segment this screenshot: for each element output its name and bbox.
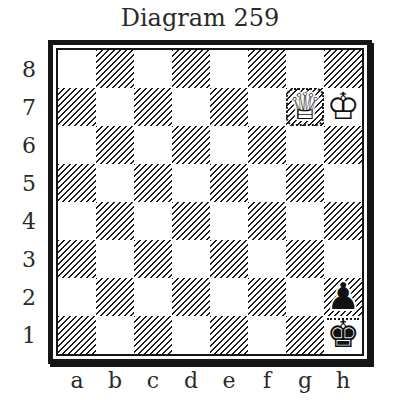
- square-e7: [210, 88, 248, 126]
- dotted-underline-h2: [327, 318, 359, 320]
- file-label-h: h: [324, 368, 362, 393]
- square-g5: [286, 164, 324, 202]
- square-e3: [210, 240, 248, 278]
- square-e1: [210, 316, 248, 354]
- square-e8: [210, 50, 248, 88]
- rank-label-7: 7: [16, 88, 42, 126]
- square-b3: [96, 240, 134, 278]
- piece-black-pawn-h2: ♟: [324, 278, 362, 316]
- square-b7: [96, 88, 134, 126]
- square-c6: [134, 126, 172, 164]
- rank-label-3: 3: [16, 240, 42, 278]
- square-e5: [210, 164, 248, 202]
- square-h7: ♔: [324, 88, 362, 126]
- file-label-f: f: [248, 368, 286, 393]
- rank-label-6: 6: [16, 126, 42, 164]
- rank-label-1: 1: [16, 316, 42, 354]
- square-f7: [248, 88, 286, 126]
- square-d3: [172, 240, 210, 278]
- file-labels: abcdefgh: [58, 368, 362, 393]
- square-g2: [286, 278, 324, 316]
- square-a7: [58, 88, 96, 126]
- square-h5: [324, 164, 362, 202]
- square-a6: [58, 126, 96, 164]
- square-c1: [134, 316, 172, 354]
- square-h4: [324, 202, 362, 240]
- file-label-e: e: [210, 368, 248, 393]
- square-h8: [324, 50, 362, 88]
- square-c7: [134, 88, 172, 126]
- square-a4: [58, 202, 96, 240]
- file-label-g: g: [286, 368, 324, 393]
- chess-diagram-page: Diagram 259 87654321 ♕♔♟♚ abcdefgh: [0, 0, 400, 400]
- board-inner-border: ♕♔♟♚: [56, 48, 364, 356]
- square-a3: [58, 240, 96, 278]
- square-f2: [248, 278, 286, 316]
- square-h2: ♟: [324, 278, 362, 316]
- square-c4: [134, 202, 172, 240]
- square-g8: [286, 50, 324, 88]
- square-g6: [286, 126, 324, 164]
- square-g4: [286, 202, 324, 240]
- square-f4: [248, 202, 286, 240]
- square-a1: [58, 316, 96, 354]
- square-d4: [172, 202, 210, 240]
- square-f1: [248, 316, 286, 354]
- square-f3: [248, 240, 286, 278]
- square-d7: [172, 88, 210, 126]
- square-d6: [172, 126, 210, 164]
- file-label-c: c: [134, 368, 172, 393]
- piece-white-king-h7: ♔: [324, 88, 362, 126]
- square-h3: [324, 240, 362, 278]
- file-label-a: a: [58, 368, 96, 393]
- square-h1: ♚: [324, 316, 362, 354]
- square-e6: [210, 126, 248, 164]
- square-d8: [172, 50, 210, 88]
- square-b8: [96, 50, 134, 88]
- square-a5: [58, 164, 96, 202]
- piece-black-king-h1: ♚: [324, 316, 362, 354]
- square-e2: [210, 278, 248, 316]
- square-a8: [58, 50, 96, 88]
- square-b2: [96, 278, 134, 316]
- square-g3: [286, 240, 324, 278]
- square-c8: [134, 50, 172, 88]
- square-d5: [172, 164, 210, 202]
- rank-labels: 87654321: [16, 50, 42, 354]
- square-h6: [324, 126, 362, 164]
- square-b6: [96, 126, 134, 164]
- diagram-title: Diagram 259: [0, 4, 400, 32]
- board-grid: ♕♔♟♚: [58, 50, 362, 354]
- rank-label-8: 8: [16, 50, 42, 88]
- square-b4: [96, 202, 134, 240]
- square-d1: [172, 316, 210, 354]
- square-c3: [134, 240, 172, 278]
- square-f5: [248, 164, 286, 202]
- chess-board: ♕♔♟♚: [48, 40, 372, 364]
- file-label-b: b: [96, 368, 134, 393]
- piece-white-queen-g7: ♕: [286, 88, 324, 126]
- rank-label-2: 2: [16, 278, 42, 316]
- square-c5: [134, 164, 172, 202]
- square-b1: [96, 316, 134, 354]
- square-f8: [248, 50, 286, 88]
- square-g7: ♕: [286, 88, 324, 126]
- square-b5: [96, 164, 134, 202]
- square-e4: [210, 202, 248, 240]
- rank-label-5: 5: [16, 164, 42, 202]
- square-a2: [58, 278, 96, 316]
- square-d2: [172, 278, 210, 316]
- square-f6: [248, 126, 286, 164]
- file-label-d: d: [172, 368, 210, 393]
- square-g1: [286, 316, 324, 354]
- square-c2: [134, 278, 172, 316]
- rank-label-4: 4: [16, 202, 42, 240]
